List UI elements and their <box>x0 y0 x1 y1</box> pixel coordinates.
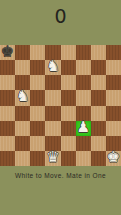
square-f8[interactable] <box>76 45 91 60</box>
square-c1[interactable] <box>30 151 45 166</box>
square-b7[interactable] <box>15 60 30 75</box>
square-c6[interactable] <box>30 75 45 90</box>
square-g5[interactable] <box>91 90 106 105</box>
square-a6[interactable] <box>0 75 15 90</box>
square-a5[interactable] <box>0 90 15 105</box>
square-e7[interactable] <box>61 60 76 75</box>
square-e6[interactable] <box>61 75 76 90</box>
square-b5[interactable]: ♞ <box>15 90 30 105</box>
piece-white-king[interactable]: ♚ <box>107 150 120 165</box>
square-h4[interactable] <box>106 106 121 121</box>
square-d7[interactable]: ♞ <box>45 60 60 75</box>
piece-black-king[interactable]: ♚ <box>1 44 14 59</box>
square-g1[interactable] <box>91 151 106 166</box>
square-d1[interactable]: ♛ <box>45 151 60 166</box>
square-b2[interactable] <box>15 136 30 151</box>
app-screen: 0 ♚♞♞♟♛♚ White to Move. Mate in One <box>0 0 121 215</box>
square-g4[interactable] <box>91 106 106 121</box>
chess-board[interactable]: ♚♞♞♟♛♚ <box>0 45 121 166</box>
square-f2[interactable] <box>76 136 91 151</box>
square-d6[interactable] <box>45 75 60 90</box>
square-h7[interactable] <box>106 60 121 75</box>
square-b4[interactable] <box>15 106 30 121</box>
square-h3[interactable] <box>106 121 121 136</box>
caption-area: White to Move. Mate in One <box>0 166 121 179</box>
square-a1[interactable] <box>0 151 15 166</box>
square-g6[interactable] <box>91 75 106 90</box>
square-c3[interactable] <box>30 121 45 136</box>
piece-white-knight[interactable]: ♞ <box>16 89 29 104</box>
square-b8[interactable] <box>15 45 30 60</box>
square-h1[interactable]: ♚ <box>106 151 121 166</box>
square-h5[interactable] <box>106 90 121 105</box>
square-a2[interactable] <box>0 136 15 151</box>
square-e3[interactable] <box>61 121 76 136</box>
square-g7[interactable] <box>91 60 106 75</box>
square-c2[interactable] <box>30 136 45 151</box>
piece-white-queen[interactable]: ♛ <box>46 150 59 165</box>
square-a4[interactable] <box>0 106 15 121</box>
square-g2[interactable] <box>91 136 106 151</box>
square-a8[interactable]: ♚ <box>0 45 15 60</box>
piece-white-knight[interactable]: ♞ <box>46 59 59 74</box>
square-g8[interactable] <box>91 45 106 60</box>
square-e4[interactable] <box>61 106 76 121</box>
square-b3[interactable] <box>15 121 30 136</box>
square-c8[interactable] <box>30 45 45 60</box>
square-d4[interactable] <box>45 106 60 121</box>
piece-white-pawn[interactable]: ♟ <box>76 120 89 135</box>
square-e8[interactable] <box>61 45 76 60</box>
square-f7[interactable] <box>76 60 91 75</box>
square-h6[interactable] <box>106 75 121 90</box>
square-f5[interactable] <box>76 90 91 105</box>
square-f6[interactable] <box>76 75 91 90</box>
square-c5[interactable] <box>30 90 45 105</box>
square-c7[interactable] <box>30 60 45 75</box>
status-caption: White to Move. Mate in One <box>15 172 106 179</box>
square-b1[interactable] <box>15 151 30 166</box>
square-d5[interactable] <box>45 90 60 105</box>
square-d3[interactable] <box>45 121 60 136</box>
square-e1[interactable] <box>61 151 76 166</box>
square-f3[interactable]: ♟ <box>76 121 91 136</box>
square-e5[interactable] <box>61 90 76 105</box>
score-counter: 0 <box>54 7 66 26</box>
square-a7[interactable] <box>0 60 15 75</box>
score-area: 0 <box>0 0 121 45</box>
square-c4[interactable] <box>30 106 45 121</box>
square-g3[interactable] <box>91 121 106 136</box>
square-h8[interactable] <box>106 45 121 60</box>
square-f1[interactable] <box>76 151 91 166</box>
square-e2[interactable] <box>61 136 76 151</box>
square-a3[interactable] <box>0 121 15 136</box>
